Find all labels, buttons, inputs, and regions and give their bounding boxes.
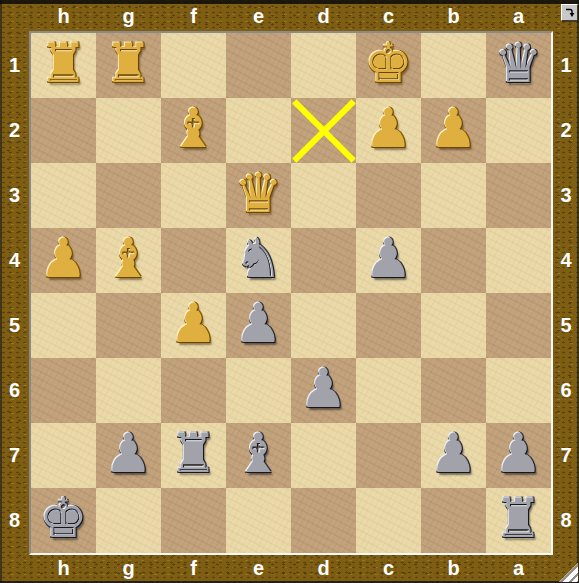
square-c7[interactable]	[356, 423, 421, 488]
file-label-e: e	[226, 554, 291, 582]
square-b2[interactable]: ♟	[421, 98, 486, 163]
square-c3[interactable]	[356, 163, 421, 228]
file-label-d: d	[291, 2, 356, 30]
square-h2[interactable]	[31, 98, 96, 163]
square-g8[interactable]	[96, 488, 161, 553]
piece-black-king[interactable]: ♚	[31, 488, 96, 553]
piece-white-rook[interactable]: ♜	[31, 33, 96, 98]
rank-label-8: 8	[553, 488, 579, 553]
file-label-e: e	[226, 2, 291, 30]
rank-labels-left: 12345678	[0, 33, 29, 553]
rank-label-8: 8	[0, 488, 29, 553]
square-g2[interactable]	[96, 98, 161, 163]
square-c5[interactable]	[356, 293, 421, 358]
square-c8[interactable]	[356, 488, 421, 553]
square-e6[interactable]	[226, 358, 291, 423]
rank-label-5: 5	[553, 293, 579, 358]
file-label-a: a	[486, 2, 551, 30]
square-b4[interactable]	[421, 228, 486, 293]
square-d7[interactable]	[291, 423, 356, 488]
square-a2[interactable]	[486, 98, 551, 163]
file-label-h: h	[31, 2, 96, 30]
rank-label-3: 3	[553, 163, 579, 228]
piece-white-queen[interactable]: ♛	[226, 163, 291, 228]
square-e2[interactable]	[226, 98, 291, 163]
rank-label-7: 7	[0, 423, 29, 488]
square-e1[interactable]	[226, 33, 291, 98]
piece-white-pawn[interactable]: ♟	[161, 293, 226, 358]
file-label-d: d	[291, 554, 356, 582]
square-a4[interactable]	[486, 228, 551, 293]
piece-white-king[interactable]: ♚	[356, 33, 421, 98]
square-a5[interactable]	[486, 293, 551, 358]
rank-label-4: 4	[553, 228, 579, 293]
rank-labels-right: 12345678	[553, 33, 579, 553]
square-g6[interactable]	[96, 358, 161, 423]
square-d3[interactable]	[291, 163, 356, 228]
square-h1[interactable]: ♜	[31, 33, 96, 98]
rank-label-4: 4	[0, 228, 29, 293]
square-h5[interactable]	[31, 293, 96, 358]
square-e7[interactable]: ♝	[226, 423, 291, 488]
piece-white-rook[interactable]: ♜	[96, 33, 161, 98]
piece-black-pawn[interactable]: ♟	[421, 423, 486, 488]
file-label-b: b	[421, 554, 486, 582]
square-h4[interactable]: ♟	[31, 228, 96, 293]
square-h3[interactable]	[31, 163, 96, 228]
rank-label-1: 1	[0, 33, 29, 98]
square-g4[interactable]: ♝	[96, 228, 161, 293]
piece-black-bishop[interactable]: ♝	[226, 423, 291, 488]
square-g5[interactable]	[96, 293, 161, 358]
piece-black-queen[interactable]: ♛	[486, 33, 551, 98]
file-label-f: f	[161, 2, 226, 30]
square-h7[interactable]	[31, 423, 96, 488]
square-g3[interactable]	[96, 163, 161, 228]
piece-black-knight[interactable]: ♞	[226, 228, 291, 293]
square-f6[interactable]	[161, 358, 226, 423]
rank-label-2: 2	[0, 98, 29, 163]
square-d8[interactable]	[291, 488, 356, 553]
piece-black-pawn[interactable]: ♟	[486, 423, 551, 488]
file-label-g: g	[96, 2, 161, 30]
square-d6[interactable]: ♟	[291, 358, 356, 423]
square-a7[interactable]: ♟	[486, 423, 551, 488]
piece-white-bishop[interactable]: ♝	[96, 228, 161, 293]
rank-label-6: 6	[553, 358, 579, 423]
square-a6[interactable]	[486, 358, 551, 423]
file-labels-bottom: hgfedcba	[31, 554, 551, 582]
square-d2[interactable]	[291, 98, 356, 163]
chess-app-window: hgfedcba hgfedcba 12345678 12345678 ♜♜♚♛…	[0, 0, 579, 583]
square-f5[interactable]: ♟	[161, 293, 226, 358]
rank-label-5: 5	[0, 293, 29, 358]
file-label-c: c	[356, 2, 421, 30]
square-e3[interactable]: ♛	[226, 163, 291, 228]
square-e5[interactable]: ♟	[226, 293, 291, 358]
square-b7[interactable]: ♟	[421, 423, 486, 488]
file-label-c: c	[356, 554, 421, 582]
square-f7[interactable]: ♜	[161, 423, 226, 488]
square-b6[interactable]	[421, 358, 486, 423]
square-d5[interactable]	[291, 293, 356, 358]
file-label-g: g	[96, 554, 161, 582]
square-c4[interactable]: ♟	[356, 228, 421, 293]
file-label-h: h	[31, 554, 96, 582]
square-d1[interactable]	[291, 33, 356, 98]
chess-board: ♜♜♚♛♝♟♟♛♟♝♞♟♟♟♟♟♜♝♟♟♚♜	[29, 31, 553, 555]
square-a1[interactable]: ♛	[486, 33, 551, 98]
rank-label-1: 1	[553, 33, 579, 98]
file-label-a: a	[486, 554, 551, 582]
rank-label-3: 3	[0, 163, 29, 228]
piece-black-rook[interactable]: ♜	[486, 488, 551, 553]
square-b1[interactable]	[421, 33, 486, 98]
rank-label-6: 6	[0, 358, 29, 423]
piece-black-rook[interactable]: ♜	[161, 423, 226, 488]
piece-white-pawn[interactable]: ♟	[421, 98, 486, 163]
file-label-f: f	[161, 554, 226, 582]
square-f3[interactable]	[161, 163, 226, 228]
resize-grip[interactable]	[559, 563, 578, 582]
flip-board-button[interactable]	[561, 4, 578, 21]
piece-black-pawn[interactable]: ♟	[291, 358, 356, 423]
square-f1[interactable]	[161, 33, 226, 98]
square-a3[interactable]	[486, 163, 551, 228]
square-h8[interactable]: ♚	[31, 488, 96, 553]
piece-black-pawn[interactable]: ♟	[96, 423, 161, 488]
piece-white-pawn[interactable]: ♟	[31, 228, 96, 293]
piece-white-pawn[interactable]: ♟	[356, 98, 421, 163]
rank-label-2: 2	[553, 98, 579, 163]
square-f8[interactable]	[161, 488, 226, 553]
piece-black-pawn[interactable]: ♟	[226, 293, 291, 358]
square-f4[interactable]	[161, 228, 226, 293]
square-c1[interactable]: ♚	[356, 33, 421, 98]
square-e4[interactable]: ♞	[226, 228, 291, 293]
square-c2[interactable]: ♟	[356, 98, 421, 163]
square-b3[interactable]	[421, 163, 486, 228]
piece-black-pawn[interactable]: ♟	[356, 228, 421, 293]
square-e8[interactable]	[226, 488, 291, 553]
square-c6[interactable]	[356, 358, 421, 423]
square-d4[interactable]	[291, 228, 356, 293]
square-b5[interactable]	[421, 293, 486, 358]
square-g7[interactable]: ♟	[96, 423, 161, 488]
square-g1[interactable]: ♜	[96, 33, 161, 98]
flip-arrow-icon	[564, 7, 575, 18]
square-f2[interactable]: ♝	[161, 98, 226, 163]
file-label-b: b	[421, 2, 486, 30]
file-labels-top: hgfedcba	[31, 2, 551, 30]
piece-white-bishop[interactable]: ♝	[161, 98, 226, 163]
square-h6[interactable]	[31, 358, 96, 423]
rank-label-7: 7	[553, 423, 579, 488]
square-b8[interactable]	[421, 488, 486, 553]
square-a8[interactable]: ♜	[486, 488, 551, 553]
